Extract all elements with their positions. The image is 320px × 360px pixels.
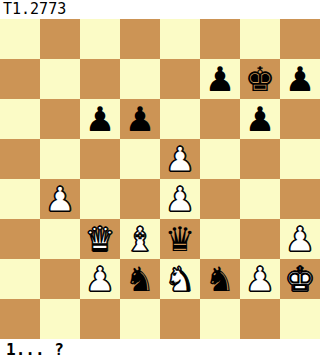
square-e5[interactable]: ♟ <box>160 139 200 179</box>
white-pawn: ♟ <box>165 179 195 219</box>
chess-puzzle-window: T1.2773 ♟♚♟♟♟♟♟♟♟♛♝♛♟♟♞♞♞♟♚ 1... ? <box>0 0 320 360</box>
square-e1[interactable] <box>160 299 200 339</box>
square-e2[interactable]: ♞ <box>160 259 200 299</box>
square-d1[interactable] <box>120 299 160 339</box>
square-f7[interactable]: ♟ <box>200 59 240 99</box>
square-c2[interactable]: ♟ <box>80 259 120 299</box>
square-e4[interactable]: ♟ <box>160 179 200 219</box>
square-c3[interactable]: ♛ <box>80 219 120 259</box>
square-h3[interactable]: ♟ <box>280 219 320 259</box>
square-c5[interactable] <box>80 139 120 179</box>
square-d4[interactable] <box>120 179 160 219</box>
square-c4[interactable] <box>80 179 120 219</box>
square-h4[interactable] <box>280 179 320 219</box>
square-e7[interactable] <box>160 59 200 99</box>
square-c8[interactable] <box>80 19 120 59</box>
square-b1[interactable] <box>40 299 80 339</box>
square-b7[interactable] <box>40 59 80 99</box>
square-h6[interactable] <box>280 99 320 139</box>
white-pawn: ♟ <box>285 219 315 259</box>
black-pawn: ♟ <box>125 99 155 139</box>
square-h5[interactable] <box>280 139 320 179</box>
white-pawn: ♟ <box>45 179 75 219</box>
chess-board[interactable]: ♟♚♟♟♟♟♟♟♟♛♝♛♟♟♞♞♞♟♚ <box>0 19 320 339</box>
black-pawn: ♟ <box>205 59 235 99</box>
square-d7[interactable] <box>120 59 160 99</box>
square-a5[interactable] <box>0 139 40 179</box>
square-a3[interactable] <box>0 219 40 259</box>
white-pawn: ♟ <box>245 259 275 299</box>
square-e3[interactable]: ♛ <box>160 219 200 259</box>
square-g7[interactable]: ♚ <box>240 59 280 99</box>
white-knight: ♞ <box>165 259 195 299</box>
square-d5[interactable] <box>120 139 160 179</box>
square-h8[interactable] <box>280 19 320 59</box>
white-queen: ♛ <box>85 219 115 259</box>
square-g8[interactable] <box>240 19 280 59</box>
square-a6[interactable] <box>0 99 40 139</box>
square-b4[interactable]: ♟ <box>40 179 80 219</box>
square-g2[interactable]: ♟ <box>240 259 280 299</box>
black-pawn: ♟ <box>85 99 115 139</box>
white-pawn: ♟ <box>85 259 115 299</box>
square-a7[interactable] <box>0 59 40 99</box>
square-d2[interactable]: ♞ <box>120 259 160 299</box>
square-a1[interactable] <box>0 299 40 339</box>
square-h7[interactable]: ♟ <box>280 59 320 99</box>
black-knight: ♞ <box>125 259 155 299</box>
square-b8[interactable] <box>40 19 80 59</box>
square-b6[interactable] <box>40 99 80 139</box>
square-f6[interactable] <box>200 99 240 139</box>
square-g5[interactable] <box>240 139 280 179</box>
white-pawn: ♟ <box>165 139 195 179</box>
square-f8[interactable] <box>200 19 240 59</box>
square-h2[interactable]: ♚ <box>280 259 320 299</box>
square-a8[interactable] <box>0 19 40 59</box>
square-f1[interactable] <box>200 299 240 339</box>
square-c7[interactable] <box>80 59 120 99</box>
black-pawn: ♟ <box>245 99 275 139</box>
square-a4[interactable] <box>0 179 40 219</box>
square-c1[interactable] <box>80 299 120 339</box>
square-g3[interactable] <box>240 219 280 259</box>
square-f2[interactable]: ♞ <box>200 259 240 299</box>
square-f5[interactable] <box>200 139 240 179</box>
square-d8[interactable] <box>120 19 160 59</box>
square-b2[interactable] <box>40 259 80 299</box>
square-c6[interactable]: ♟ <box>80 99 120 139</box>
square-g1[interactable] <box>240 299 280 339</box>
square-e6[interactable] <box>160 99 200 139</box>
square-b3[interactable] <box>40 219 80 259</box>
square-f4[interactable] <box>200 179 240 219</box>
black-knight: ♞ <box>205 259 235 299</box>
puzzle-id-label: T1.2773 <box>0 0 320 19</box>
white-king: ♚ <box>285 259 315 299</box>
black-queen: ♛ <box>165 219 195 259</box>
white-bishop: ♝ <box>125 219 155 259</box>
square-b5[interactable] <box>40 139 80 179</box>
black-pawn: ♟ <box>285 59 315 99</box>
square-g6[interactable]: ♟ <box>240 99 280 139</box>
square-a2[interactable] <box>0 259 40 299</box>
square-f3[interactable] <box>200 219 240 259</box>
square-d3[interactable]: ♝ <box>120 219 160 259</box>
square-e8[interactable] <box>160 19 200 59</box>
square-h1[interactable] <box>280 299 320 339</box>
move-prompt-label: 1... ? <box>0 339 320 360</box>
square-g4[interactable] <box>240 179 280 219</box>
black-king: ♚ <box>245 59 275 99</box>
square-d6[interactable]: ♟ <box>120 99 160 139</box>
